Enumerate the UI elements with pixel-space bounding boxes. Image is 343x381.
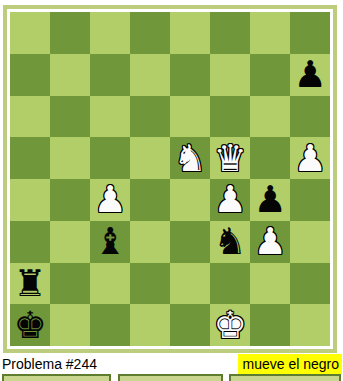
square-c4[interactable]: ♟ <box>90 179 130 221</box>
square-d5[interactable] <box>130 137 170 179</box>
square-f2[interactable] <box>210 263 250 305</box>
square-b4[interactable] <box>50 179 90 221</box>
square-a5[interactable] <box>10 137 50 179</box>
square-c6[interactable] <box>90 96 130 138</box>
square-f1[interactable]: ♚ <box>210 304 250 346</box>
square-a2[interactable]: ♜ <box>10 263 50 305</box>
square-h4[interactable] <box>290 179 330 221</box>
square-a1[interactable]: ♚ <box>10 304 50 346</box>
square-b5[interactable] <box>50 137 90 179</box>
board-frame: ♟♞♛♟♟♟♟♝♞♟♜♚♚ <box>3 5 337 353</box>
square-d7[interactable] <box>130 54 170 96</box>
square-a6[interactable] <box>10 96 50 138</box>
black-bishop[interactable]: ♝ <box>90 221 130 263</box>
action-button-1[interactable] <box>2 374 111 381</box>
black-pawn[interactable]: ♟ <box>290 54 330 96</box>
square-c8[interactable] <box>90 12 130 54</box>
square-c5[interactable] <box>90 137 130 179</box>
square-f8[interactable] <box>210 12 250 54</box>
square-f5[interactable]: ♛ <box>210 137 250 179</box>
square-d3[interactable] <box>130 221 170 263</box>
square-h5[interactable]: ♟ <box>290 137 330 179</box>
square-b1[interactable] <box>50 304 90 346</box>
action-button-2[interactable] <box>118 374 223 381</box>
square-e7[interactable] <box>170 54 210 96</box>
square-f3[interactable]: ♞ <box>210 221 250 263</box>
black-king[interactable]: ♚ <box>10 304 50 346</box>
square-g4[interactable]: ♟ <box>250 179 290 221</box>
square-g8[interactable] <box>250 12 290 54</box>
square-h8[interactable] <box>290 12 330 54</box>
square-d8[interactable] <box>130 12 170 54</box>
white-knight[interactable]: ♞ <box>170 137 210 179</box>
square-c3[interactable]: ♝ <box>90 221 130 263</box>
square-b3[interactable] <box>50 221 90 263</box>
turn-indicator: mueve el negro <box>238 354 342 375</box>
square-g3[interactable]: ♟ <box>250 221 290 263</box>
square-b2[interactable] <box>50 263 90 305</box>
square-h6[interactable] <box>290 96 330 138</box>
square-b7[interactable] <box>50 54 90 96</box>
caption-row: Problema #244 mueve el negro <box>2 354 342 375</box>
white-pawn[interactable]: ♟ <box>250 221 290 263</box>
board: ♟♞♛♟♟♟♟♝♞♟♜♚♚ <box>10 12 330 346</box>
square-d2[interactable] <box>130 263 170 305</box>
white-pawn[interactable]: ♟ <box>90 179 130 221</box>
square-d1[interactable] <box>130 304 170 346</box>
white-pawn[interactable]: ♟ <box>210 179 250 221</box>
square-h2[interactable] <box>290 263 330 305</box>
square-h7[interactable]: ♟ <box>290 54 330 96</box>
white-king[interactable]: ♚ <box>210 304 250 346</box>
action-button-3[interactable] <box>229 374 341 381</box>
black-knight[interactable]: ♞ <box>210 221 250 263</box>
square-h3[interactable] <box>290 221 330 263</box>
square-a4[interactable] <box>10 179 50 221</box>
square-e5[interactable]: ♞ <box>170 137 210 179</box>
puzzle-title: Problema #244 <box>2 354 97 372</box>
black-pawn[interactable]: ♟ <box>250 179 290 221</box>
square-a7[interactable] <box>10 54 50 96</box>
square-e1[interactable] <box>170 304 210 346</box>
square-f6[interactable] <box>210 96 250 138</box>
square-c2[interactable] <box>90 263 130 305</box>
square-g2[interactable] <box>250 263 290 305</box>
square-g7[interactable] <box>250 54 290 96</box>
square-e4[interactable] <box>170 179 210 221</box>
square-c7[interactable] <box>90 54 130 96</box>
buttons-row <box>2 374 341 381</box>
white-queen[interactable]: ♛ <box>210 137 250 179</box>
square-g5[interactable] <box>250 137 290 179</box>
black-rook[interactable]: ♜ <box>10 263 50 305</box>
square-b8[interactable] <box>50 12 90 54</box>
square-a8[interactable] <box>10 12 50 54</box>
square-c1[interactable] <box>90 304 130 346</box>
square-g6[interactable] <box>250 96 290 138</box>
square-g1[interactable] <box>250 304 290 346</box>
square-e6[interactable] <box>170 96 210 138</box>
square-e3[interactable] <box>170 221 210 263</box>
square-d4[interactable] <box>130 179 170 221</box>
square-h1[interactable] <box>290 304 330 346</box>
white-pawn[interactable]: ♟ <box>290 137 330 179</box>
square-f7[interactable] <box>210 54 250 96</box>
square-e2[interactable] <box>170 263 210 305</box>
square-a3[interactable] <box>10 221 50 263</box>
square-b6[interactable] <box>50 96 90 138</box>
square-e8[interactable] <box>170 12 210 54</box>
square-f4[interactable]: ♟ <box>210 179 250 221</box>
square-d6[interactable] <box>130 96 170 138</box>
